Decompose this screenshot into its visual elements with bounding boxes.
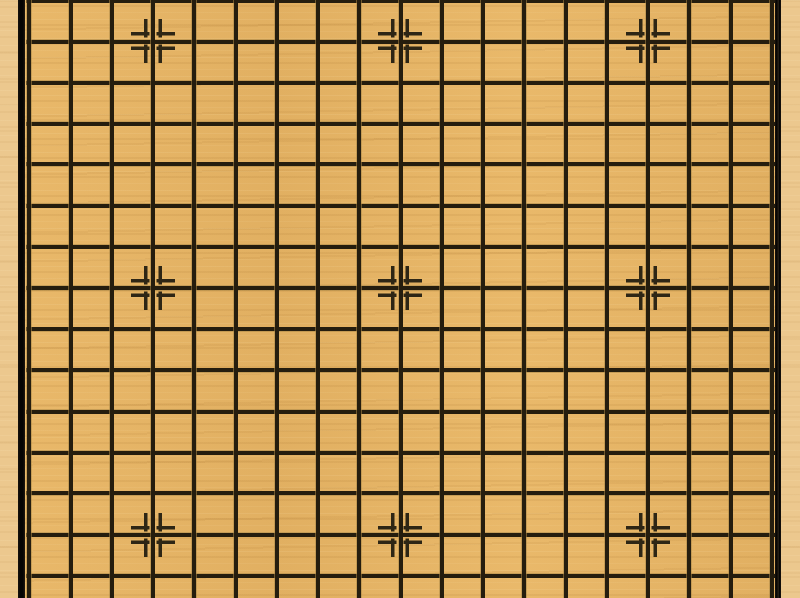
intersection[interactable] xyxy=(503,226,544,267)
intersection[interactable] xyxy=(173,144,214,185)
intersection[interactable] xyxy=(380,309,421,350)
intersection[interactable] xyxy=(256,555,297,596)
intersection[interactable] xyxy=(421,514,462,555)
intersection[interactable] xyxy=(215,473,256,514)
intersection[interactable] xyxy=(545,62,586,103)
intersection[interactable] xyxy=(256,473,297,514)
intersection[interactable] xyxy=(26,144,50,185)
intersection[interactable] xyxy=(132,62,173,103)
intersection[interactable] xyxy=(462,473,503,514)
intersection[interactable] xyxy=(91,103,132,144)
intersection[interactable] xyxy=(586,103,627,144)
intersection[interactable] xyxy=(91,514,132,555)
intersection[interactable] xyxy=(751,555,776,596)
intersection[interactable] xyxy=(380,391,421,432)
intersection[interactable] xyxy=(215,0,256,21)
intersection[interactable] xyxy=(545,103,586,144)
intersection[interactable] xyxy=(338,103,379,144)
intersection[interactable] xyxy=(215,103,256,144)
intersection[interactable] xyxy=(421,21,462,62)
star-point-marker xyxy=(378,19,422,63)
intersection[interactable] xyxy=(462,21,503,62)
intersection[interactable] xyxy=(338,226,379,267)
intersection[interactable] xyxy=(173,350,214,391)
intersection[interactable] xyxy=(668,473,709,514)
intersection[interactable] xyxy=(545,144,586,185)
intersection[interactable] xyxy=(215,144,256,185)
intersection[interactable] xyxy=(256,144,297,185)
intersection[interactable] xyxy=(256,103,297,144)
intersection[interactable] xyxy=(586,432,627,473)
intersection[interactable] xyxy=(256,0,297,21)
intersection[interactable] xyxy=(132,350,173,391)
intersection[interactable] xyxy=(545,21,586,62)
intersection[interactable] xyxy=(751,514,776,555)
intersection[interactable] xyxy=(26,432,50,473)
intersection[interactable] xyxy=(173,103,214,144)
intersection[interactable] xyxy=(297,391,338,432)
intersection[interactable] xyxy=(297,350,338,391)
intersection[interactable] xyxy=(91,350,132,391)
intersection[interactable] xyxy=(338,144,379,185)
intersection[interactable] xyxy=(751,185,776,226)
intersection[interactable] xyxy=(297,555,338,596)
intersection[interactable] xyxy=(256,62,297,103)
intersection[interactable] xyxy=(380,185,421,226)
intersection[interactable] xyxy=(173,432,214,473)
intersection[interactable] xyxy=(710,309,751,350)
intersection[interactable] xyxy=(297,309,338,350)
intersection[interactable] xyxy=(668,144,709,185)
intersection[interactable] xyxy=(91,391,132,432)
intersection[interactable] xyxy=(256,185,297,226)
intersection[interactable] xyxy=(50,226,91,267)
intersection[interactable] xyxy=(173,514,214,555)
intersection[interactable] xyxy=(215,432,256,473)
intersection[interactable] xyxy=(462,185,503,226)
intersection[interactable] xyxy=(710,226,751,267)
intersection[interactable] xyxy=(503,103,544,144)
intersection[interactable] xyxy=(338,391,379,432)
intersection[interactable] xyxy=(751,309,776,350)
go-board-viewport xyxy=(0,0,800,598)
intersection[interactable] xyxy=(380,432,421,473)
intersection[interactable] xyxy=(751,350,776,391)
board-left-edge-line xyxy=(18,0,25,598)
intersection[interactable] xyxy=(668,309,709,350)
star-point-marker xyxy=(131,266,175,310)
intersection[interactable] xyxy=(256,514,297,555)
intersection[interactable] xyxy=(50,350,91,391)
intersection[interactable] xyxy=(586,185,627,226)
intersection[interactable] xyxy=(627,309,668,350)
intersection[interactable] xyxy=(586,62,627,103)
intersection[interactable] xyxy=(132,226,173,267)
intersection[interactable] xyxy=(503,309,544,350)
intersection[interactable] xyxy=(421,555,462,596)
intersection[interactable] xyxy=(50,103,91,144)
intersection[interactable] xyxy=(91,144,132,185)
intersection[interactable] xyxy=(627,514,668,555)
intersection[interactable] xyxy=(710,473,751,514)
intersection[interactable] xyxy=(173,226,214,267)
intersection[interactable] xyxy=(710,555,751,596)
intersection[interactable] xyxy=(462,309,503,350)
intersection[interactable] xyxy=(545,514,586,555)
intersection[interactable] xyxy=(26,391,50,432)
intersection[interactable] xyxy=(132,391,173,432)
intersection[interactable] xyxy=(173,391,214,432)
intersection[interactable] xyxy=(380,21,421,62)
intersection[interactable] xyxy=(586,350,627,391)
intersection[interactable] xyxy=(26,514,50,555)
intersection[interactable] xyxy=(380,473,421,514)
intersection[interactable] xyxy=(627,350,668,391)
intersection[interactable] xyxy=(668,432,709,473)
star-point-marker xyxy=(131,19,175,63)
intersection[interactable] xyxy=(503,0,544,21)
intersection[interactable] xyxy=(173,185,214,226)
intersection[interactable] xyxy=(627,62,668,103)
intersection[interactable] xyxy=(380,103,421,144)
intersection[interactable] xyxy=(215,21,256,62)
star-point-marker xyxy=(626,513,670,557)
intersection[interactable] xyxy=(751,226,776,267)
intersection[interactable] xyxy=(215,391,256,432)
intersection[interactable] xyxy=(215,514,256,555)
intersection[interactable] xyxy=(586,555,627,596)
intersection[interactable] xyxy=(627,226,668,267)
intersection[interactable] xyxy=(586,21,627,62)
intersection[interactable] xyxy=(380,0,421,21)
intersection[interactable] xyxy=(50,391,91,432)
intersection[interactable] xyxy=(421,185,462,226)
intersection[interactable] xyxy=(297,267,338,308)
intersection[interactable] xyxy=(627,21,668,62)
intersection[interactable] xyxy=(503,555,544,596)
intersection[interactable] xyxy=(91,267,132,308)
intersection[interactable] xyxy=(627,0,668,21)
star-point-marker xyxy=(626,19,670,63)
intersection[interactable] xyxy=(710,185,751,226)
intersection[interactable] xyxy=(173,309,214,350)
intersection[interactable] xyxy=(751,267,776,308)
intersection[interactable] xyxy=(256,21,297,62)
intersection[interactable] xyxy=(751,391,776,432)
intersection[interactable] xyxy=(503,432,544,473)
intersection[interactable] xyxy=(215,185,256,226)
intersection[interactable] xyxy=(215,226,256,267)
intersection[interactable] xyxy=(132,267,173,308)
intersection[interactable] xyxy=(462,103,503,144)
intersection[interactable] xyxy=(545,185,586,226)
intersection[interactable] xyxy=(751,21,776,62)
intersection[interactable] xyxy=(668,226,709,267)
intersection[interactable] xyxy=(256,391,297,432)
intersection[interactable] xyxy=(421,350,462,391)
intersection[interactable] xyxy=(338,185,379,226)
intersection[interactable] xyxy=(380,350,421,391)
intersection[interactable] xyxy=(545,432,586,473)
intersection[interactable] xyxy=(132,185,173,226)
intersection[interactable] xyxy=(91,473,132,514)
intersection[interactable] xyxy=(462,514,503,555)
intersection[interactable] xyxy=(91,185,132,226)
board-right-margin xyxy=(781,0,800,598)
intersection[interactable] xyxy=(627,185,668,226)
intersection[interactable] xyxy=(586,226,627,267)
star-point-marker xyxy=(131,513,175,557)
intersection[interactable] xyxy=(627,432,668,473)
intersection[interactable] xyxy=(421,62,462,103)
intersection[interactable] xyxy=(26,62,50,103)
intersection[interactable] xyxy=(297,62,338,103)
intersection[interactable] xyxy=(421,391,462,432)
intersection[interactable] xyxy=(751,0,776,21)
intersection[interactable] xyxy=(668,62,709,103)
intersection[interactable] xyxy=(710,432,751,473)
intersection[interactable] xyxy=(26,267,50,308)
intersection[interactable] xyxy=(91,309,132,350)
intersection[interactable] xyxy=(751,473,776,514)
intersection[interactable] xyxy=(627,103,668,144)
intersection[interactable] xyxy=(586,0,627,21)
intersection[interactable] xyxy=(132,0,173,21)
intersection[interactable] xyxy=(710,514,751,555)
star-point-marker xyxy=(626,266,670,310)
intersection[interactable] xyxy=(668,103,709,144)
intersection[interactable] xyxy=(462,62,503,103)
intersection[interactable] xyxy=(132,21,173,62)
intersection[interactable] xyxy=(421,0,462,21)
intersection[interactable] xyxy=(462,391,503,432)
intersection[interactable] xyxy=(297,226,338,267)
intersection[interactable] xyxy=(462,144,503,185)
intersection[interactable] xyxy=(173,473,214,514)
intersection[interactable] xyxy=(503,267,544,308)
intersection[interactable] xyxy=(91,0,132,21)
intersection[interactable] xyxy=(26,350,50,391)
intersection[interactable] xyxy=(710,350,751,391)
intersection[interactable] xyxy=(751,144,776,185)
intersection[interactable] xyxy=(421,226,462,267)
intersection[interactable] xyxy=(26,185,50,226)
intersection[interactable] xyxy=(710,391,751,432)
intersection[interactable] xyxy=(462,226,503,267)
intersection[interactable] xyxy=(668,350,709,391)
intersection[interactable] xyxy=(50,62,91,103)
intersection[interactable] xyxy=(462,432,503,473)
board-grid-area xyxy=(26,0,776,598)
intersection[interactable] xyxy=(91,226,132,267)
intersection[interactable] xyxy=(421,103,462,144)
intersection[interactable] xyxy=(627,555,668,596)
intersection[interactable] xyxy=(627,391,668,432)
intersection[interactable] xyxy=(668,391,709,432)
intersection[interactable] xyxy=(421,267,462,308)
intersection[interactable] xyxy=(215,267,256,308)
intersection[interactable] xyxy=(338,309,379,350)
intersection[interactable] xyxy=(503,391,544,432)
intersection[interactable] xyxy=(256,309,297,350)
intersection[interactable] xyxy=(215,62,256,103)
intersection[interactable] xyxy=(26,226,50,267)
intersection[interactable] xyxy=(338,0,379,21)
intersection[interactable] xyxy=(751,62,776,103)
intersection[interactable] xyxy=(668,267,709,308)
intersection[interactable] xyxy=(91,555,132,596)
intersection[interactable] xyxy=(297,185,338,226)
intersection[interactable] xyxy=(173,21,214,62)
intersection[interactable] xyxy=(50,514,91,555)
intersection[interactable] xyxy=(627,267,668,308)
intersection[interactable] xyxy=(215,309,256,350)
board-left-margin xyxy=(0,0,18,598)
intersection[interactable] xyxy=(380,514,421,555)
star-point-marker xyxy=(378,513,422,557)
go-grid[interactable] xyxy=(26,0,776,598)
intersection[interactable] xyxy=(503,185,544,226)
intersection[interactable] xyxy=(50,144,91,185)
intersection[interactable] xyxy=(545,267,586,308)
intersection[interactable] xyxy=(380,267,421,308)
intersection[interactable] xyxy=(173,0,214,21)
intersection[interactable] xyxy=(710,0,751,21)
intersection[interactable] xyxy=(462,267,503,308)
intersection[interactable] xyxy=(545,391,586,432)
intersection[interactable] xyxy=(503,21,544,62)
intersection[interactable] xyxy=(256,267,297,308)
intersection[interactable] xyxy=(503,514,544,555)
intersection[interactable] xyxy=(338,432,379,473)
intersection[interactable] xyxy=(338,62,379,103)
intersection[interactable] xyxy=(132,514,173,555)
intersection[interactable] xyxy=(297,21,338,62)
intersection[interactable] xyxy=(338,21,379,62)
intersection[interactable] xyxy=(462,555,503,596)
intersection[interactable] xyxy=(338,514,379,555)
intersection[interactable] xyxy=(545,473,586,514)
intersection[interactable] xyxy=(668,0,709,21)
intersection[interactable] xyxy=(91,21,132,62)
intersection[interactable] xyxy=(586,473,627,514)
intersection[interactable] xyxy=(421,473,462,514)
intersection[interactable] xyxy=(173,555,214,596)
intersection[interactable] xyxy=(751,103,776,144)
intersection[interactable] xyxy=(421,144,462,185)
intersection[interactable] xyxy=(91,62,132,103)
intersection[interactable] xyxy=(173,62,214,103)
intersection[interactable] xyxy=(380,226,421,267)
intersection[interactable] xyxy=(132,555,173,596)
intersection[interactable] xyxy=(710,267,751,308)
intersection[interactable] xyxy=(586,144,627,185)
intersection[interactable] xyxy=(668,555,709,596)
intersection[interactable] xyxy=(462,0,503,21)
intersection[interactable] xyxy=(297,514,338,555)
intersection[interactable] xyxy=(26,309,50,350)
intersection[interactable] xyxy=(503,144,544,185)
intersection[interactable] xyxy=(338,350,379,391)
intersection[interactable] xyxy=(586,309,627,350)
intersection[interactable] xyxy=(26,473,50,514)
intersection[interactable] xyxy=(26,555,50,596)
intersection[interactable] xyxy=(710,103,751,144)
intersection[interactable] xyxy=(380,555,421,596)
intersection[interactable] xyxy=(627,144,668,185)
intersection[interactable] xyxy=(215,555,256,596)
intersection[interactable] xyxy=(91,432,132,473)
intersection[interactable] xyxy=(26,21,50,62)
intersection[interactable] xyxy=(338,555,379,596)
intersection[interactable] xyxy=(668,185,709,226)
intersection[interactable] xyxy=(503,62,544,103)
intersection[interactable] xyxy=(26,103,50,144)
intersection[interactable] xyxy=(503,350,544,391)
intersection[interactable] xyxy=(50,185,91,226)
intersection[interactable] xyxy=(338,267,379,308)
intersection[interactable] xyxy=(421,432,462,473)
intersection[interactable] xyxy=(710,62,751,103)
intersection[interactable] xyxy=(297,103,338,144)
intersection[interactable] xyxy=(297,0,338,21)
intersection[interactable] xyxy=(50,432,91,473)
intersection[interactable] xyxy=(627,473,668,514)
intersection[interactable] xyxy=(380,62,421,103)
intersection[interactable] xyxy=(545,226,586,267)
intersection[interactable] xyxy=(462,350,503,391)
intersection[interactable] xyxy=(50,309,91,350)
intersection[interactable] xyxy=(50,473,91,514)
intersection[interactable] xyxy=(297,144,338,185)
intersection[interactable] xyxy=(586,514,627,555)
star-point-marker xyxy=(378,266,422,310)
intersection[interactable] xyxy=(710,144,751,185)
intersection[interactable] xyxy=(50,555,91,596)
intersection[interactable] xyxy=(586,391,627,432)
intersection[interactable] xyxy=(215,350,256,391)
intersection[interactable] xyxy=(297,432,338,473)
intersection[interactable] xyxy=(132,309,173,350)
intersection[interactable] xyxy=(668,514,709,555)
intersection[interactable] xyxy=(132,144,173,185)
intersection[interactable] xyxy=(545,0,586,21)
intersection[interactable] xyxy=(421,309,462,350)
intersection[interactable] xyxy=(256,350,297,391)
intersection[interactable] xyxy=(132,473,173,514)
intersection[interactable] xyxy=(545,555,586,596)
intersection[interactable] xyxy=(297,473,338,514)
intersection[interactable] xyxy=(710,21,751,62)
intersection[interactable] xyxy=(586,267,627,308)
intersection[interactable] xyxy=(545,350,586,391)
intersection[interactable] xyxy=(50,21,91,62)
intersection[interactable] xyxy=(503,473,544,514)
intersection[interactable] xyxy=(751,432,776,473)
intersection[interactable] xyxy=(50,267,91,308)
intersection[interactable] xyxy=(26,0,50,21)
intersection[interactable] xyxy=(256,226,297,267)
intersection[interactable] xyxy=(380,144,421,185)
intersection[interactable] xyxy=(50,0,91,21)
intersection[interactable] xyxy=(338,473,379,514)
intersection[interactable] xyxy=(256,432,297,473)
intersection[interactable] xyxy=(132,103,173,144)
intersection[interactable] xyxy=(132,432,173,473)
intersection[interactable] xyxy=(173,267,214,308)
intersection[interactable] xyxy=(668,21,709,62)
intersection[interactable] xyxy=(545,309,586,350)
